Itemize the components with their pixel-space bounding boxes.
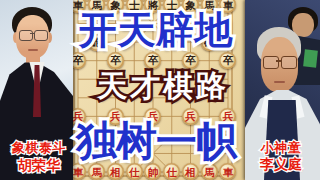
piece-glyph: 卒 (185, 55, 196, 66)
text-fill-layer: 独树一帜 (76, 117, 236, 165)
piece-glyph: 相 (110, 167, 121, 178)
glasses-icon (34, 30, 48, 41)
glasses-bridge (30, 33, 35, 34)
xiangqi-piece-red: 相 (182, 163, 199, 180)
xiangqi-piece-black: 卒 (182, 52, 199, 69)
xiangqi-piece-red: 馬 (201, 163, 218, 180)
caption-line: 小神童 小神童 (261, 141, 302, 154)
left-player-caption: 象棋泰斗 象棋泰斗 胡荣华 胡荣华 (4, 141, 74, 172)
piece-glyph: 卒 (73, 55, 84, 66)
title-line-1: 开天辟地 开天辟地 (79, 11, 233, 49)
right-portrait-mouth (274, 81, 285, 83)
text-fill-layer: 天才棋路 (97, 68, 229, 103)
right-player-caption: 小神童 小神童 李义庭 李义庭 (245, 141, 317, 171)
title-line-2: 天才棋路 天才棋路 (97, 71, 229, 101)
piece-glyph: 卒 (148, 55, 159, 66)
xiangqi-piece-red: 仕 (126, 163, 143, 180)
xiangqi-piece-red: 帥 (144, 163, 161, 180)
piece-glyph: 卒 (110, 55, 121, 66)
xiangqi-piece-black: 卒 (144, 52, 161, 69)
glasses-icon (281, 56, 297, 69)
xiangqi-piece-red: 馬 (88, 163, 105, 180)
piece-glyph: 車 (73, 167, 84, 178)
text-fill-layer: 李义庭 (260, 156, 302, 172)
text-fill-layer: 开天辟地 (79, 8, 233, 52)
piece-glyph: 相 (185, 167, 196, 178)
background-person-badge (303, 49, 318, 67)
caption-line: 胡荣华 胡荣华 (18, 158, 60, 172)
text-fill-layer: 小神童 (261, 140, 302, 155)
xiangqi-piece-black: 卒 (219, 52, 236, 69)
text-fill-layer: 胡荣华 (18, 157, 60, 173)
xiangqi-piece-red: 相 (107, 163, 124, 180)
left-portrait-mouth (28, 49, 38, 51)
piece-glyph: 卒 (223, 55, 234, 66)
xiangqi-piece-red: 仕 (163, 163, 180, 180)
text-fill-layer: 象棋泰斗 (12, 140, 66, 155)
xiangqi-piece-black: 卒 (107, 52, 124, 69)
glasses-icon (263, 56, 279, 69)
glasses-bridge (276, 60, 282, 62)
caption-line: 象棋泰斗 象棋泰斗 (12, 141, 66, 154)
glasses-icon (19, 30, 33, 41)
piece-glyph: 馬 (91, 167, 102, 178)
xiangqi-piece-red: 車 (219, 163, 236, 180)
thumbnail-canvas: 車馬象士將士象馬車砲砲卒卒卒卒卒兵兵兵兵兵炮炮車馬相仕帥仕相馬車 开天辟地 (0, 0, 320, 180)
piece-glyph: 仕 (166, 167, 177, 178)
piece-glyph: 馬 (204, 167, 215, 178)
caption-line: 李义庭 李义庭 (260, 157, 302, 171)
piece-glyph: 帥 (148, 167, 159, 178)
piece-glyph: 仕 (129, 167, 140, 178)
title-line-3: 独树一帜 独树一帜 (76, 121, 236, 162)
piece-glyph: 車 (223, 167, 234, 178)
